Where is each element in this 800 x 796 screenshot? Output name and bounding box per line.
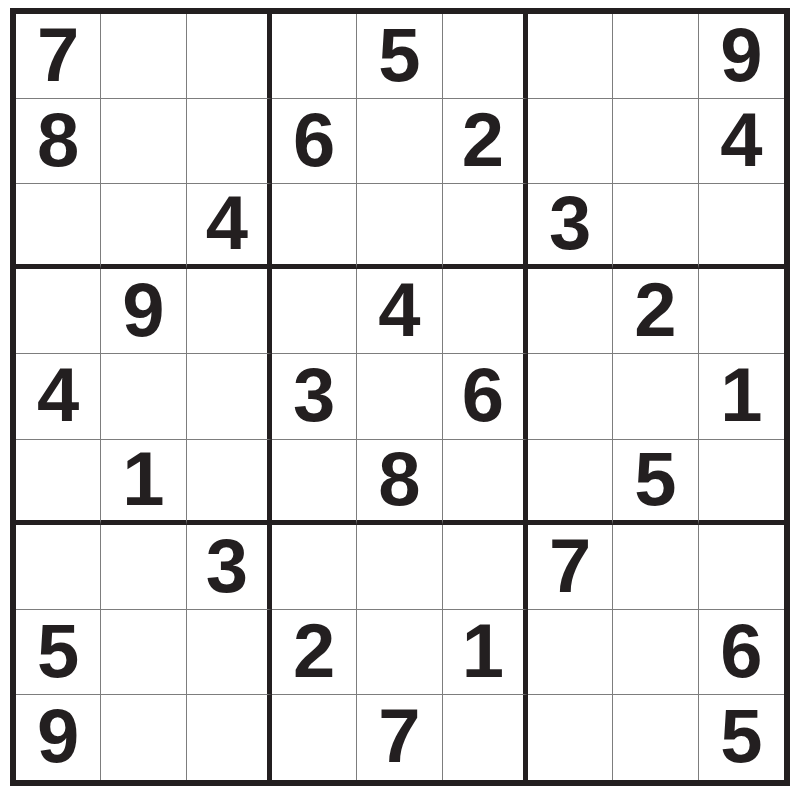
cell-r5c7[interactable] [528, 354, 613, 439]
cell-r2c6[interactable]: 2 [443, 99, 528, 184]
given-digit: 1 [462, 613, 504, 689]
cell-r6c8[interactable]: 5 [613, 440, 698, 525]
cell-r2c5[interactable] [357, 99, 442, 184]
given-digit: 5 [720, 698, 762, 774]
cell-r4c8[interactable]: 2 [613, 269, 698, 354]
given-digit: 1 [122, 441, 164, 517]
cell-r7c9[interactable] [699, 525, 784, 610]
cell-r4c6[interactable] [443, 269, 528, 354]
cell-r3c7[interactable]: 3 [528, 184, 613, 269]
cell-r7c4[interactable] [272, 525, 357, 610]
cell-r3c6[interactable] [443, 184, 528, 269]
cell-r8c7[interactable] [528, 610, 613, 695]
cell-r2c7[interactable] [528, 99, 613, 184]
given-digit: 7 [549, 528, 591, 604]
cell-r7c2[interactable] [101, 525, 186, 610]
given-digit: 8 [378, 441, 420, 517]
cell-r1c1[interactable]: 7 [16, 14, 101, 99]
cell-r9c2[interactable] [101, 695, 186, 780]
cell-r9c3[interactable] [187, 695, 272, 780]
given-digit: 5 [634, 441, 676, 517]
cell-r1c8[interactable] [613, 14, 698, 99]
cell-r1c6[interactable] [443, 14, 528, 99]
cell-r2c8[interactable] [613, 99, 698, 184]
cell-r7c1[interactable] [16, 525, 101, 610]
given-digit: 6 [720, 613, 762, 689]
given-digit: 6 [293, 102, 335, 178]
given-digit: 4 [720, 102, 762, 178]
given-digit: 6 [462, 357, 504, 433]
cell-r2c2[interactable] [101, 99, 186, 184]
cell-r3c4[interactable] [272, 184, 357, 269]
cell-r1c2[interactable] [101, 14, 186, 99]
cell-r2c3[interactable] [187, 99, 272, 184]
cell-r8c6[interactable]: 1 [443, 610, 528, 695]
cell-r7c6[interactable] [443, 525, 528, 610]
cell-r8c3[interactable] [187, 610, 272, 695]
page: 7598624439424361185375216975 [0, 0, 800, 796]
cell-r5c6[interactable]: 6 [443, 354, 528, 439]
given-digit: 4 [206, 185, 248, 261]
given-digit: 5 [37, 613, 79, 689]
cell-r5c5[interactable] [357, 354, 442, 439]
given-digit: 3 [549, 185, 591, 261]
cell-r4c9[interactable] [699, 269, 784, 354]
cell-r1c9[interactable]: 9 [699, 14, 784, 99]
cell-r8c4[interactable]: 2 [272, 610, 357, 695]
given-digit: 2 [462, 102, 504, 178]
cell-r7c3[interactable]: 3 [187, 525, 272, 610]
given-digit: 7 [378, 698, 420, 774]
cell-r3c2[interactable] [101, 184, 186, 269]
given-digit: 7 [37, 17, 79, 93]
cell-r8c9[interactable]: 6 [699, 610, 784, 695]
cell-r4c1[interactable] [16, 269, 101, 354]
cell-r9c9[interactable]: 5 [699, 695, 784, 780]
given-digit: 9 [37, 698, 79, 774]
cell-r5c9[interactable]: 1 [699, 354, 784, 439]
cell-r6c4[interactable] [272, 440, 357, 525]
cell-r6c2[interactable]: 1 [101, 440, 186, 525]
cell-r5c1[interactable]: 4 [16, 354, 101, 439]
cell-r9c5[interactable]: 7 [357, 695, 442, 780]
given-digit: 2 [293, 613, 335, 689]
given-digit: 8 [37, 102, 79, 178]
cell-r9c6[interactable] [443, 695, 528, 780]
cell-r9c1[interactable]: 9 [16, 695, 101, 780]
cell-r6c3[interactable] [187, 440, 272, 525]
cell-r2c9[interactable]: 4 [699, 99, 784, 184]
cell-r4c4[interactable] [272, 269, 357, 354]
cell-r4c5[interactable]: 4 [357, 269, 442, 354]
cell-r1c7[interactable] [528, 14, 613, 99]
cell-r5c4[interactable]: 3 [272, 354, 357, 439]
cell-r6c7[interactable] [528, 440, 613, 525]
cell-r1c4[interactable] [272, 14, 357, 99]
given-digit: 4 [378, 272, 420, 348]
cell-r7c8[interactable] [613, 525, 698, 610]
cell-r2c4[interactable]: 6 [272, 99, 357, 184]
given-digit: 2 [634, 272, 676, 348]
cell-r8c8[interactable] [613, 610, 698, 695]
cell-r1c5[interactable]: 5 [357, 14, 442, 99]
cell-r9c7[interactable] [528, 695, 613, 780]
cell-r3c3[interactable]: 4 [187, 184, 272, 269]
cell-r2c1[interactable]: 8 [16, 99, 101, 184]
cell-r7c5[interactable] [357, 525, 442, 610]
given-digit: 1 [720, 357, 762, 433]
cell-r9c8[interactable] [613, 695, 698, 780]
cell-r8c2[interactable] [101, 610, 186, 695]
cell-r9c4[interactable] [272, 695, 357, 780]
cell-r6c6[interactable] [443, 440, 528, 525]
cell-r5c2[interactable] [101, 354, 186, 439]
given-digit: 4 [37, 357, 79, 433]
cell-r3c9[interactable] [699, 184, 784, 269]
cell-r4c2[interactable]: 9 [101, 269, 186, 354]
cell-r6c5[interactable]: 8 [357, 440, 442, 525]
given-digit: 3 [293, 357, 335, 433]
cell-r8c5[interactable] [357, 610, 442, 695]
cell-r3c1[interactable] [16, 184, 101, 269]
given-digit: 5 [378, 17, 420, 93]
cell-r5c8[interactable] [613, 354, 698, 439]
cell-r8c1[interactable]: 5 [16, 610, 101, 695]
cell-r1c3[interactable] [187, 14, 272, 99]
cell-r4c7[interactable] [528, 269, 613, 354]
given-digit: 9 [720, 17, 762, 93]
cell-r4c3[interactable] [187, 269, 272, 354]
cell-r5c3[interactable] [187, 354, 272, 439]
cell-r3c5[interactable] [357, 184, 442, 269]
given-digit: 9 [122, 272, 164, 348]
cell-r6c9[interactable] [699, 440, 784, 525]
sudoku-board: 7598624439424361185375216975 [10, 8, 790, 786]
cell-r7c7[interactable]: 7 [528, 525, 613, 610]
given-digit: 3 [206, 528, 248, 604]
cell-r6c1[interactable] [16, 440, 101, 525]
cell-r3c8[interactable] [613, 184, 698, 269]
